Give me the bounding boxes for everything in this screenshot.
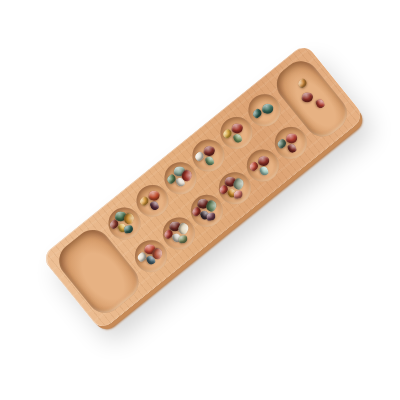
stone [300, 91, 313, 103]
stone [149, 200, 160, 211]
stone [232, 132, 243, 143]
stone [286, 142, 297, 153]
stone [231, 122, 244, 134]
stone [257, 154, 270, 166]
stone [177, 235, 187, 244]
mancala-board [41, 43, 366, 332]
stone [147, 189, 160, 201]
stone [233, 189, 243, 198]
stone [314, 98, 325, 109]
stone [203, 144, 216, 156]
stone [261, 102, 274, 114]
photo-background [0, 0, 400, 400]
stone [296, 77, 308, 89]
pit-grid [100, 85, 315, 281]
stone [204, 155, 215, 166]
stone [258, 165, 269, 176]
stone [205, 212, 215, 221]
stone [123, 224, 133, 233]
stone [285, 132, 298, 144]
